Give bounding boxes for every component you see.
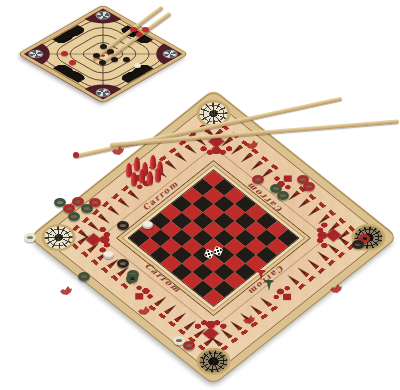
green-carrom-ring[interactable] <box>126 274 138 283</box>
product-photo: Carrom Carrom Carrom Carrom <box>0 0 400 390</box>
black-disc[interactable] <box>111 57 118 62</box>
red-pin[interactable] <box>155 168 161 182</box>
white-disc[interactable] <box>142 221 153 229</box>
red-carrom-ring[interactable] <box>252 175 264 184</box>
red-disc[interactable] <box>142 27 149 32</box>
red-pin[interactable] <box>131 172 137 186</box>
green-carrom-ring[interactable] <box>277 191 289 200</box>
red-pin[interactable] <box>134 157 140 171</box>
dragon-ornament <box>243 315 255 324</box>
dragon-ornament <box>330 284 342 293</box>
red-disc[interactable] <box>69 60 76 65</box>
red-disc[interactable] <box>136 32 143 37</box>
dragon-ornament <box>60 286 72 295</box>
red-disc[interactable] <box>130 27 137 32</box>
green-carrom-ring[interactable] <box>78 272 90 281</box>
red-pin[interactable] <box>150 155 156 169</box>
red-carrom-ring[interactable] <box>89 198 101 207</box>
black-carrom-ring[interactable] <box>117 221 129 230</box>
red-pin[interactable] <box>147 171 153 185</box>
white-carrom-ring[interactable] <box>24 233 36 242</box>
red-disc[interactable] <box>61 51 68 56</box>
loose-pieces-layer <box>0 0 400 390</box>
dragon-ornament <box>138 306 150 315</box>
black-carrom-ring[interactable] <box>117 259 129 268</box>
die[interactable] <box>213 246 224 257</box>
cue-stick[interactable] <box>98 12 172 67</box>
cue-stick[interactable] <box>91 5 164 61</box>
black-disc[interactable] <box>107 49 114 54</box>
stick-tip-bead <box>73 152 79 158</box>
red-spinning-top[interactable] <box>256 270 266 281</box>
black-carrom-ring[interactable] <box>352 240 364 249</box>
green-spinning-top[interactable] <box>264 280 274 291</box>
red-carrom-ring[interactable] <box>303 182 315 191</box>
white-disc[interactable] <box>134 63 141 68</box>
red-carrom-ring[interactable] <box>183 341 195 350</box>
red-pin[interactable] <box>139 169 145 183</box>
green-carrom-ring[interactable] <box>68 212 80 221</box>
black-disc[interactable] <box>99 60 106 65</box>
black-disc[interactable] <box>123 57 130 62</box>
dragon-ornament <box>246 140 258 149</box>
black-disc[interactable] <box>93 53 100 58</box>
white-disc[interactable] <box>103 251 114 259</box>
black-disc[interactable] <box>100 44 107 49</box>
